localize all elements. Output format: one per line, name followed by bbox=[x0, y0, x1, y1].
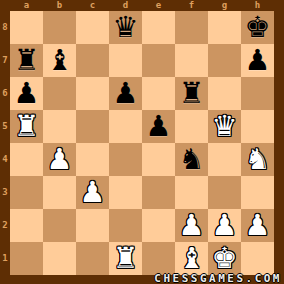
piece-black-queen[interactable]: ♛ bbox=[109, 11, 142, 44]
square-d3[interactable] bbox=[109, 176, 142, 209]
piece-white-pawn[interactable]: ♟ bbox=[208, 209, 241, 242]
rank-label-3: 3 bbox=[0, 176, 10, 209]
square-e5[interactable]: ♟ bbox=[142, 110, 175, 143]
piece-black-king[interactable]: ♚ bbox=[241, 11, 274, 44]
square-b7[interactable]: ♝ bbox=[43, 44, 76, 77]
square-b4[interactable]: ♟ bbox=[43, 143, 76, 176]
piece-white-knight[interactable]: ♞ bbox=[241, 143, 274, 176]
rank-label-5: 5 bbox=[0, 110, 10, 143]
square-f4[interactable]: ♞ bbox=[175, 143, 208, 176]
piece-white-rook[interactable]: ♜ bbox=[10, 110, 43, 143]
square-a1[interactable] bbox=[10, 242, 43, 275]
rank-label-8: 8 bbox=[0, 11, 10, 44]
piece-black-pawn[interactable]: ♟ bbox=[109, 77, 142, 110]
square-f1[interactable]: ♝ bbox=[175, 242, 208, 275]
file-label-g: g bbox=[208, 0, 241, 11]
square-f5[interactable] bbox=[175, 110, 208, 143]
rank-labels: 87654321 bbox=[0, 11, 10, 275]
square-f8[interactable] bbox=[175, 11, 208, 44]
square-g5[interactable]: ♛ bbox=[208, 110, 241, 143]
piece-white-bishop[interactable]: ♝ bbox=[175, 242, 208, 275]
square-a7[interactable]: ♜ bbox=[10, 44, 43, 77]
file-label-a: a bbox=[10, 0, 43, 11]
square-a8[interactable] bbox=[10, 11, 43, 44]
square-a3[interactable] bbox=[10, 176, 43, 209]
square-d4[interactable] bbox=[109, 143, 142, 176]
square-e6[interactable] bbox=[142, 77, 175, 110]
square-h6[interactable] bbox=[241, 77, 274, 110]
file-labels: abcdefgh bbox=[10, 0, 274, 11]
square-g4[interactable] bbox=[208, 143, 241, 176]
chessgames-watermark: CHESSGAMES.COM bbox=[154, 273, 282, 284]
square-e8[interactable] bbox=[142, 11, 175, 44]
square-d2[interactable] bbox=[109, 209, 142, 242]
square-g6[interactable] bbox=[208, 77, 241, 110]
square-g8[interactable] bbox=[208, 11, 241, 44]
square-c4[interactable] bbox=[76, 143, 109, 176]
piece-white-pawn[interactable]: ♟ bbox=[175, 209, 208, 242]
square-d7[interactable] bbox=[109, 44, 142, 77]
piece-black-bishop[interactable]: ♝ bbox=[43, 44, 76, 77]
square-d5[interactable] bbox=[109, 110, 142, 143]
square-a4[interactable] bbox=[10, 143, 43, 176]
square-h1[interactable] bbox=[241, 242, 274, 275]
square-b8[interactable] bbox=[43, 11, 76, 44]
square-g3[interactable] bbox=[208, 176, 241, 209]
piece-white-pawn[interactable]: ♟ bbox=[241, 209, 274, 242]
piece-black-pawn[interactable]: ♟ bbox=[142, 110, 175, 143]
rank-label-6: 6 bbox=[0, 77, 10, 110]
square-c8[interactable] bbox=[76, 11, 109, 44]
square-f7[interactable] bbox=[175, 44, 208, 77]
piece-white-queen[interactable]: ♛ bbox=[208, 110, 241, 143]
rank-label-4: 4 bbox=[0, 143, 10, 176]
square-c6[interactable] bbox=[76, 77, 109, 110]
square-e4[interactable] bbox=[142, 143, 175, 176]
square-d6[interactable]: ♟ bbox=[109, 77, 142, 110]
square-e1[interactable] bbox=[142, 242, 175, 275]
square-g7[interactable] bbox=[208, 44, 241, 77]
piece-white-king[interactable]: ♚ bbox=[208, 242, 241, 275]
piece-black-rook[interactable]: ♜ bbox=[175, 77, 208, 110]
square-c5[interactable] bbox=[76, 110, 109, 143]
square-e3[interactable] bbox=[142, 176, 175, 209]
piece-white-pawn[interactable]: ♟ bbox=[43, 143, 76, 176]
square-h7[interactable]: ♟ bbox=[241, 44, 274, 77]
rank-label-7: 7 bbox=[0, 44, 10, 77]
square-d1[interactable]: ♜ bbox=[109, 242, 142, 275]
file-label-c: c bbox=[76, 0, 109, 11]
piece-black-pawn[interactable]: ♟ bbox=[241, 44, 274, 77]
file-label-f: f bbox=[175, 0, 208, 11]
square-a6[interactable]: ♟ bbox=[10, 77, 43, 110]
square-h2[interactable]: ♟ bbox=[241, 209, 274, 242]
square-b3[interactable] bbox=[43, 176, 76, 209]
chess-board: ♛♚♜♝♟♟♟♜♜♟♛♟♞♞♟♟♟♟♜♝♚ bbox=[10, 11, 274, 275]
square-a2[interactable] bbox=[10, 209, 43, 242]
square-b6[interactable] bbox=[43, 77, 76, 110]
square-e7[interactable] bbox=[142, 44, 175, 77]
rank-label-2: 2 bbox=[0, 209, 10, 242]
square-h3[interactable] bbox=[241, 176, 274, 209]
square-h5[interactable] bbox=[241, 110, 274, 143]
square-b1[interactable] bbox=[43, 242, 76, 275]
square-h4[interactable]: ♞ bbox=[241, 143, 274, 176]
square-h8[interactable]: ♚ bbox=[241, 11, 274, 44]
square-f2[interactable]: ♟ bbox=[175, 209, 208, 242]
square-f3[interactable] bbox=[175, 176, 208, 209]
square-f6[interactable]: ♜ bbox=[175, 77, 208, 110]
square-b5[interactable] bbox=[43, 110, 76, 143]
square-g1[interactable]: ♚ bbox=[208, 242, 241, 275]
piece-black-rook[interactable]: ♜ bbox=[10, 44, 43, 77]
square-a5[interactable]: ♜ bbox=[10, 110, 43, 143]
square-c1[interactable] bbox=[76, 242, 109, 275]
square-g2[interactable]: ♟ bbox=[208, 209, 241, 242]
chess-diagram: abcdefgh 87654321 ♛♚♜♝♟♟♟♜♜♟♛♟♞♞♟♟♟♟♜♝♚ … bbox=[0, 0, 284, 284]
piece-white-rook[interactable]: ♜ bbox=[109, 242, 142, 275]
piece-white-pawn[interactable]: ♟ bbox=[76, 176, 109, 209]
square-c3[interactable]: ♟ bbox=[76, 176, 109, 209]
piece-black-pawn[interactable]: ♟ bbox=[10, 77, 43, 110]
square-c7[interactable] bbox=[76, 44, 109, 77]
square-b2[interactable] bbox=[43, 209, 76, 242]
rank-label-1: 1 bbox=[0, 242, 10, 275]
square-c2[interactable] bbox=[76, 209, 109, 242]
square-e2[interactable] bbox=[142, 209, 175, 242]
file-label-b: b bbox=[43, 0, 76, 11]
square-d8[interactable]: ♛ bbox=[109, 11, 142, 44]
piece-black-knight[interactable]: ♞ bbox=[175, 143, 208, 176]
file-label-e: e bbox=[142, 0, 175, 11]
